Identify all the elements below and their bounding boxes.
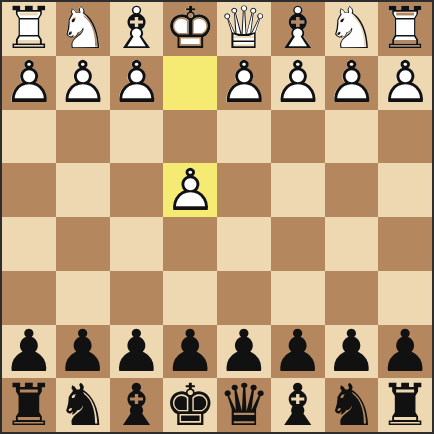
square-g5[interactable]: [56, 217, 110, 271]
square-h6[interactable]: [2, 271, 56, 325]
square-c1[interactable]: ♝♗: [271, 2, 325, 56]
square-g7[interactable]: ♟: [56, 325, 110, 379]
square-e2[interactable]: [163, 56, 217, 110]
piece-black-knight[interactable]: ♞: [325, 378, 379, 432]
square-a4[interactable]: [378, 163, 432, 217]
piece-black-pawn[interactable]: ♟: [217, 325, 271, 379]
black-knight-glyph: ♞: [57, 379, 109, 432]
square-h2[interactable]: ♟♙: [2, 56, 56, 110]
square-g4[interactable]: [56, 163, 110, 217]
chess-board: ♜♖♞♘♝♗♚♔♛♕♝♗♞♘♜♖♟♙♟♙♟♙♟♙♟♙♟♙♟♙♟♙♟♟♟♟♟♟♟♟…: [0, 0, 434, 434]
square-g2[interactable]: ♟♙: [56, 56, 110, 110]
white-pawn-outline-glyph: ♙: [379, 56, 431, 109]
square-d5[interactable]: [217, 217, 271, 271]
piece-black-knight[interactable]: ♞: [56, 378, 110, 432]
black-pawn-glyph: ♟: [218, 325, 270, 378]
piece-white-queen[interactable]: ♛♕: [217, 2, 271, 56]
square-d3[interactable]: [217, 110, 271, 164]
square-c6[interactable]: [271, 271, 325, 325]
square-a2[interactable]: ♟♙: [378, 56, 432, 110]
square-h4[interactable]: [2, 163, 56, 217]
square-e6[interactable]: [163, 271, 217, 325]
piece-black-pawn[interactable]: ♟: [110, 325, 164, 379]
square-g3[interactable]: [56, 110, 110, 164]
black-knight-glyph: ♞: [325, 379, 377, 432]
piece-white-pawn[interactable]: ♟♙: [217, 56, 271, 110]
white-pawn-outline-glyph: ♙: [110, 56, 162, 109]
piece-black-rook[interactable]: ♜: [2, 378, 56, 432]
black-bishop-glyph: ♝: [110, 379, 162, 432]
black-pawn-glyph: ♟: [379, 325, 431, 378]
square-f4[interactable]: [110, 163, 164, 217]
square-f2[interactable]: ♟♙: [110, 56, 164, 110]
square-h8[interactable]: ♜: [2, 378, 56, 432]
piece-white-pawn[interactable]: ♟♙: [325, 56, 379, 110]
black-pawn-glyph: ♟: [3, 325, 55, 378]
square-b5[interactable]: [325, 217, 379, 271]
square-h7[interactable]: ♟: [2, 325, 56, 379]
black-pawn-glyph: ♟: [110, 325, 162, 378]
black-rook-glyph: ♜: [3, 379, 55, 432]
square-b1[interactable]: ♞♘: [325, 2, 379, 56]
white-pawn-outline-glyph: ♙: [325, 56, 377, 109]
square-g6[interactable]: [56, 271, 110, 325]
piece-white-pawn[interactable]: ♟♙: [271, 56, 325, 110]
square-c5[interactable]: [271, 217, 325, 271]
white-pawn-outline-glyph: ♙: [164, 164, 216, 217]
piece-white-king[interactable]: ♚♔: [163, 2, 217, 56]
piece-black-bishop[interactable]: ♝: [110, 378, 164, 432]
piece-white-rook[interactable]: ♜♖: [2, 2, 56, 56]
white-rook-outline-glyph: ♖: [3, 2, 55, 55]
square-b8[interactable]: ♞: [325, 378, 379, 432]
square-e3[interactable]: [163, 110, 217, 164]
piece-white-knight[interactable]: ♞♘: [325, 2, 379, 56]
piece-black-pawn[interactable]: ♟: [325, 325, 379, 379]
square-f6[interactable]: [110, 271, 164, 325]
piece-white-rook[interactable]: ♜♖: [378, 2, 432, 56]
square-d6[interactable]: [217, 271, 271, 325]
piece-white-bishop[interactable]: ♝♗: [271, 2, 325, 56]
square-f1[interactable]: ♝♗: [110, 2, 164, 56]
square-g8[interactable]: ♞: [56, 378, 110, 432]
white-king-outline-glyph: ♔: [164, 2, 216, 55]
black-queen-glyph: ♛: [218, 379, 270, 432]
piece-white-pawn[interactable]: ♟♙: [110, 56, 164, 110]
piece-black-king[interactable]: ♚: [163, 378, 217, 432]
square-b4[interactable]: [325, 163, 379, 217]
white-bishop-outline-glyph: ♗: [272, 2, 324, 55]
piece-black-pawn[interactable]: ♟: [2, 325, 56, 379]
square-g1[interactable]: ♞♘: [56, 2, 110, 56]
square-a8[interactable]: ♜: [378, 378, 432, 432]
square-h5[interactable]: [2, 217, 56, 271]
piece-black-pawn[interactable]: ♟: [56, 325, 110, 379]
square-h3[interactable]: [2, 110, 56, 164]
black-pawn-glyph: ♟: [164, 325, 216, 378]
piece-black-rook[interactable]: ♜: [378, 378, 432, 432]
square-e1[interactable]: ♚♔: [163, 2, 217, 56]
black-pawn-glyph: ♟: [57, 325, 109, 378]
piece-black-pawn[interactable]: ♟: [271, 325, 325, 379]
black-pawn-glyph: ♟: [272, 325, 324, 378]
white-pawn-outline-glyph: ♙: [218, 56, 270, 109]
square-d4[interactable]: [217, 163, 271, 217]
white-knight-outline-glyph: ♘: [325, 2, 377, 55]
square-h1[interactable]: ♜♖: [2, 2, 56, 56]
square-d7[interactable]: ♟: [217, 325, 271, 379]
square-c4[interactable]: [271, 163, 325, 217]
square-b2[interactable]: ♟♙: [325, 56, 379, 110]
square-a3[interactable]: [378, 110, 432, 164]
black-bishop-glyph: ♝: [272, 379, 324, 432]
piece-black-bishop[interactable]: ♝: [271, 378, 325, 432]
square-c2[interactable]: ♟♙: [271, 56, 325, 110]
square-f7[interactable]: ♟: [110, 325, 164, 379]
white-pawn-outline-glyph: ♙: [57, 56, 109, 109]
white-bishop-outline-glyph: ♗: [110, 2, 162, 55]
piece-white-bishop[interactable]: ♝♗: [110, 2, 164, 56]
white-pawn-outline-glyph: ♙: [3, 56, 55, 109]
square-f8[interactable]: ♝: [110, 378, 164, 432]
square-f3[interactable]: [110, 110, 164, 164]
piece-black-pawn[interactable]: ♟: [378, 325, 432, 379]
square-a5[interactable]: [378, 217, 432, 271]
white-knight-outline-glyph: ♘: [57, 2, 109, 55]
white-pawn-outline-glyph: ♙: [272, 56, 324, 109]
square-a6[interactable]: [378, 271, 432, 325]
piece-white-pawn[interactable]: ♟♙: [163, 163, 217, 217]
square-d2[interactable]: ♟♙: [217, 56, 271, 110]
piece-white-pawn[interactable]: ♟♙: [378, 56, 432, 110]
black-pawn-glyph: ♟: [325, 325, 377, 378]
square-c8[interactable]: ♝: [271, 378, 325, 432]
square-b3[interactable]: [325, 110, 379, 164]
square-f5[interactable]: [110, 217, 164, 271]
square-e8[interactable]: ♚: [163, 378, 217, 432]
square-b7[interactable]: ♟: [325, 325, 379, 379]
piece-white-pawn[interactable]: ♟♙: [2, 56, 56, 110]
board-container: ♜♖♞♘♝♗♚♔♛♕♝♗♞♘♜♖♟♙♟♙♟♙♟♙♟♙♟♙♟♙♟♙♟♟♟♟♟♟♟♟…: [0, 0, 434, 434]
piece-white-pawn[interactable]: ♟♙: [56, 56, 110, 110]
white-rook-outline-glyph: ♖: [379, 2, 431, 55]
square-c7[interactable]: ♟: [271, 325, 325, 379]
square-c3[interactable]: [271, 110, 325, 164]
square-d8[interactable]: ♛: [217, 378, 271, 432]
square-b6[interactable]: [325, 271, 379, 325]
black-rook-glyph: ♜: [379, 379, 431, 432]
white-queen-outline-glyph: ♕: [218, 2, 270, 55]
black-king-glyph: ♚: [164, 379, 216, 432]
square-a7[interactable]: ♟: [378, 325, 432, 379]
piece-white-knight[interactable]: ♞♘: [56, 2, 110, 56]
square-e4[interactable]: ♟♙: [163, 163, 217, 217]
square-d1[interactable]: ♛♕: [217, 2, 271, 56]
square-a1[interactable]: ♜♖: [378, 2, 432, 56]
piece-black-queen[interactable]: ♛: [217, 378, 271, 432]
square-e7[interactable]: ♟: [163, 325, 217, 379]
square-e5[interactable]: [163, 217, 217, 271]
piece-black-pawn[interactable]: ♟: [163, 325, 217, 379]
